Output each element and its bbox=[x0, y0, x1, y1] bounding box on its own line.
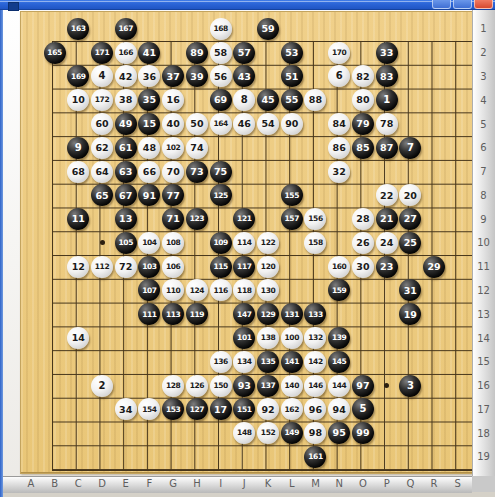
window-buttons bbox=[432, 0, 493, 9]
stone-black-83-P3[interactable]: 83 bbox=[376, 65, 398, 87]
stone-black-53-L2[interactable]: 53 bbox=[281, 42, 303, 64]
stone-black-169-C3[interactable]: 169 bbox=[67, 65, 89, 87]
col-label-H: H bbox=[185, 477, 209, 491]
stone-black-59-K1[interactable]: 59 bbox=[257, 18, 279, 40]
stone-black-159-N12[interactable]: 159 bbox=[328, 279, 350, 301]
stone-white-110-G12[interactable]: 110 bbox=[162, 279, 184, 301]
stone-black-65-D8[interactable]: 65 bbox=[91, 184, 113, 206]
stone-black-99-O18[interactable]: 99 bbox=[352, 422, 374, 444]
stone-black-151-J17[interactable]: 151 bbox=[233, 398, 255, 420]
stone-white-42-E3[interactable]: 42 bbox=[115, 65, 137, 87]
col-label-S: S bbox=[446, 477, 470, 491]
stone-white-142-M15[interactable]: 142 bbox=[304, 351, 326, 373]
stone-white-66-F7[interactable]: 66 bbox=[138, 161, 160, 183]
stone-black-19-Q13[interactable]: 19 bbox=[399, 303, 421, 325]
stone-white-22-P8[interactable]: 22 bbox=[376, 184, 398, 206]
stone-black-57-J2[interactable]: 57 bbox=[233, 42, 255, 64]
maximize-button[interactable] bbox=[453, 0, 472, 9]
row-label-14: 14 bbox=[474, 326, 493, 350]
col-label-P: P bbox=[375, 477, 399, 491]
stone-black-17-I17[interactable]: 17 bbox=[210, 398, 232, 420]
row-label-3: 3 bbox=[474, 65, 493, 89]
stone-black-149-L18[interactable]: 149 bbox=[281, 422, 303, 444]
stone-black-61-E6[interactable]: 61 bbox=[115, 137, 137, 159]
stone-black-89-H2[interactable]: 89 bbox=[186, 42, 208, 64]
stone-white-116-I12[interactable]: 116 bbox=[210, 279, 232, 301]
stone-black-45-K4[interactable]: 45 bbox=[257, 89, 279, 111]
stone-black-7-Q6[interactable]: 7 bbox=[399, 137, 421, 159]
stone-white-102-G6[interactable]: 102 bbox=[162, 137, 184, 159]
stone-white-92-K17[interactable]: 92 bbox=[257, 398, 279, 420]
stone-black-71-G9[interactable]: 71 bbox=[162, 208, 184, 230]
stone-white-114-J10[interactable]: 114 bbox=[233, 232, 255, 254]
col-label-F: F bbox=[138, 477, 162, 491]
stone-black-39-H3[interactable]: 39 bbox=[186, 65, 208, 87]
stone-white-48-F6[interactable]: 48 bbox=[138, 137, 160, 159]
stone-white-24-P10[interactable]: 24 bbox=[376, 232, 398, 254]
stone-black-141-L15[interactable]: 141 bbox=[281, 351, 303, 373]
stone-black-93-J16[interactable]: 93 bbox=[233, 375, 255, 397]
stone-white-136-I15[interactable]: 136 bbox=[210, 351, 232, 373]
col-label-I: I bbox=[209, 477, 233, 491]
stone-white-104-F10[interactable]: 104 bbox=[138, 232, 160, 254]
stone-white-148-J18[interactable]: 148 bbox=[233, 422, 255, 444]
row-label-2: 2 bbox=[474, 41, 493, 65]
stone-black-171-D2[interactable]: 171 bbox=[91, 42, 113, 64]
stone-black-13-E9[interactable]: 13 bbox=[115, 208, 137, 230]
stone-white-146-M16[interactable]: 146 bbox=[304, 375, 326, 397]
stone-black-115-I11[interactable]: 115 bbox=[210, 256, 232, 278]
window-left-border bbox=[0, 9, 3, 497]
stone-black-15-F5[interactable]: 15 bbox=[138, 113, 160, 135]
stone-black-1-P4[interactable]: 1 bbox=[376, 89, 398, 111]
stones-layer: 1631671685916517116641895857531703316944… bbox=[19, 17, 470, 469]
stone-black-117-J11[interactable]: 117 bbox=[233, 256, 255, 278]
row-label-12: 12 bbox=[474, 279, 493, 303]
col-label-M: M bbox=[304, 477, 328, 491]
stone-white-34-E17[interactable]: 34 bbox=[115, 398, 137, 420]
stone-white-60-D5[interactable]: 60 bbox=[91, 113, 113, 135]
stone-black-77-G8[interactable]: 77 bbox=[162, 184, 184, 206]
stone-black-109-I10[interactable]: 109 bbox=[210, 232, 232, 254]
stone-white-30-O11[interactable]: 30 bbox=[352, 256, 374, 278]
stone-black-55-L4[interactable]: 55 bbox=[281, 89, 303, 111]
stone-white-138-K14[interactable]: 138 bbox=[257, 327, 279, 349]
stone-white-144-N16[interactable]: 144 bbox=[328, 375, 350, 397]
stone-white-6-N3[interactable]: 6 bbox=[328, 65, 350, 87]
col-label-D: D bbox=[90, 477, 114, 491]
stone-black-5-O17[interactable]: 5 bbox=[352, 398, 374, 420]
titlebar-highlight bbox=[0, 1, 495, 2]
stone-white-94-N17[interactable]: 94 bbox=[328, 398, 350, 420]
stone-white-64-D7[interactable]: 64 bbox=[91, 161, 113, 183]
stone-white-68-C7[interactable]: 68 bbox=[67, 161, 89, 183]
stone-black-23-P11[interactable]: 23 bbox=[376, 256, 398, 278]
stone-white-98-M18[interactable]: 98 bbox=[304, 422, 326, 444]
stone-white-78-P5[interactable]: 78 bbox=[376, 113, 398, 135]
stone-black-147-J13[interactable]: 147 bbox=[233, 303, 255, 325]
stone-white-152-K18[interactable]: 152 bbox=[257, 422, 279, 444]
stone-black-9-C6[interactable]: 9 bbox=[67, 137, 89, 159]
stone-white-28-O9[interactable]: 28 bbox=[352, 208, 374, 230]
stone-white-62-D6[interactable]: 62 bbox=[91, 137, 113, 159]
stone-white-84-N5[interactable]: 84 bbox=[328, 113, 350, 135]
col-label-Q: Q bbox=[399, 477, 423, 491]
row-label-13: 13 bbox=[474, 302, 493, 326]
col-label-O: O bbox=[351, 477, 375, 491]
stone-white-36-F3[interactable]: 36 bbox=[138, 65, 160, 87]
stone-white-122-K10[interactable]: 122 bbox=[257, 232, 279, 254]
stone-white-26-O10[interactable]: 26 bbox=[352, 232, 374, 254]
stone-black-43-J3[interactable]: 43 bbox=[233, 65, 255, 87]
row-label-6: 6 bbox=[474, 136, 493, 160]
stone-black-155-L8[interactable]: 155 bbox=[281, 184, 303, 206]
stone-white-90-L5[interactable]: 90 bbox=[281, 113, 303, 135]
stone-black-41-F2[interactable]: 41 bbox=[138, 42, 160, 64]
stone-white-128-G16[interactable]: 128 bbox=[162, 375, 184, 397]
stone-white-54-K5[interactable]: 54 bbox=[257, 113, 279, 135]
stone-black-161-M19[interactable]: 161 bbox=[304, 446, 326, 468]
stone-black-27-Q9[interactable]: 27 bbox=[399, 208, 421, 230]
stone-white-46-J5[interactable]: 46 bbox=[233, 113, 255, 135]
stone-black-119-H13[interactable]: 119 bbox=[186, 303, 208, 325]
row-label-17: 17 bbox=[474, 398, 493, 422]
stone-white-100-L14[interactable]: 100 bbox=[281, 327, 303, 349]
stone-black-31-Q12[interactable]: 31 bbox=[399, 279, 421, 301]
stone-black-95-N18[interactable]: 95 bbox=[328, 422, 350, 444]
stone-white-58-I2[interactable]: 58 bbox=[210, 42, 232, 64]
stone-white-20-Q8[interactable]: 20 bbox=[399, 184, 421, 206]
stone-white-86-N6[interactable]: 86 bbox=[328, 137, 350, 159]
stone-black-79-O5[interactable]: 79 bbox=[352, 113, 374, 135]
column-labels: ABCDEFGHIJKLMNOPQRS bbox=[19, 477, 470, 491]
stone-black-113-G13[interactable]: 113 bbox=[162, 303, 184, 325]
stone-black-3-Q16[interactable]: 3 bbox=[399, 375, 421, 397]
stone-black-157-L9[interactable]: 157 bbox=[281, 208, 303, 230]
stone-black-51-L3[interactable]: 51 bbox=[281, 65, 303, 87]
col-label-G: G bbox=[161, 477, 185, 491]
row-label-5: 5 bbox=[474, 112, 493, 136]
stone-white-12-C11[interactable]: 12 bbox=[67, 256, 89, 278]
stone-white-168-I1[interactable]: 168 bbox=[210, 18, 232, 40]
row-label-1: 1 bbox=[474, 17, 493, 41]
window-icon bbox=[8, 2, 19, 11]
col-label-A: A bbox=[19, 477, 43, 491]
stone-black-37-G3[interactable]: 37 bbox=[162, 65, 184, 87]
stone-white-112-D11[interactable]: 112 bbox=[91, 256, 113, 278]
stone-white-166-E2[interactable]: 166 bbox=[115, 42, 137, 64]
stone-black-135-K15[interactable]: 135 bbox=[257, 351, 279, 373]
stone-black-111-F13[interactable]: 111 bbox=[138, 303, 160, 325]
stone-white-32-N7[interactable]: 32 bbox=[328, 161, 350, 183]
stone-white-2-D16[interactable]: 2 bbox=[91, 375, 113, 397]
stone-white-10-C4[interactable]: 10 bbox=[67, 89, 89, 111]
stone-white-106-G11[interactable]: 106 bbox=[162, 256, 184, 278]
stone-white-38-E4[interactable]: 38 bbox=[115, 89, 137, 111]
stone-white-70-G7[interactable]: 70 bbox=[162, 161, 184, 183]
col-label-J: J bbox=[232, 477, 256, 491]
stone-black-131-L13[interactable]: 131 bbox=[281, 303, 303, 325]
row-label-8: 8 bbox=[474, 183, 493, 207]
col-label-C: C bbox=[66, 477, 90, 491]
stone-black-29-R11[interactable]: 29 bbox=[423, 256, 445, 278]
stone-white-74-H6[interactable]: 74 bbox=[186, 137, 208, 159]
stone-white-132-M14[interactable]: 132 bbox=[304, 327, 326, 349]
stone-black-21-P9[interactable]: 21 bbox=[376, 208, 398, 230]
stone-white-154-F17[interactable]: 154 bbox=[138, 398, 160, 420]
stone-white-120-K11[interactable]: 120 bbox=[257, 256, 279, 278]
stone-white-108-G10[interactable]: 108 bbox=[162, 232, 184, 254]
stone-white-170-N2[interactable]: 170 bbox=[328, 42, 350, 64]
stone-white-126-H16[interactable]: 126 bbox=[186, 375, 208, 397]
stone-white-8-J4[interactable]: 8 bbox=[233, 89, 255, 111]
stone-black-165-B2[interactable]: 165 bbox=[44, 42, 66, 64]
stone-black-121-J9[interactable]: 121 bbox=[233, 208, 255, 230]
stone-black-137-K16[interactable]: 137 bbox=[257, 375, 279, 397]
stone-white-158-M10[interactable]: 158 bbox=[304, 232, 326, 254]
stone-white-82-O3[interactable]: 82 bbox=[352, 65, 374, 87]
col-label-L: L bbox=[280, 477, 304, 491]
stone-white-164-I5[interactable]: 164 bbox=[210, 113, 232, 135]
stone-black-97-O16[interactable]: 97 bbox=[352, 375, 374, 397]
stone-white-72-E11[interactable]: 72 bbox=[115, 256, 137, 278]
stone-white-134-J15[interactable]: 134 bbox=[233, 351, 255, 373]
stone-black-85-O6[interactable]: 85 bbox=[352, 137, 374, 159]
stone-black-33-P2[interactable]: 33 bbox=[376, 42, 398, 64]
row-labels: 12345678910111213141516171819 bbox=[474, 17, 493, 469]
minimize-button[interactable] bbox=[432, 0, 451, 9]
stone-black-67-E8[interactable]: 67 bbox=[115, 184, 137, 206]
stone-white-40-G5[interactable]: 40 bbox=[162, 113, 184, 135]
stone-black-91-F8[interactable]: 91 bbox=[138, 184, 160, 206]
stone-white-124-H12[interactable]: 124 bbox=[186, 279, 208, 301]
stone-black-35-F4[interactable]: 35 bbox=[138, 89, 160, 111]
row-label-7: 7 bbox=[474, 160, 493, 184]
stone-white-96-M17[interactable]: 96 bbox=[304, 398, 326, 420]
stone-black-167-E1[interactable]: 167 bbox=[115, 18, 137, 40]
stone-white-56-I3[interactable]: 56 bbox=[210, 65, 232, 87]
stone-white-162-L17[interactable]: 162 bbox=[281, 398, 303, 420]
stone-white-118-J12[interactable]: 118 bbox=[233, 279, 255, 301]
stone-white-156-M9[interactable]: 156 bbox=[304, 208, 326, 230]
stone-black-75-I7[interactable]: 75 bbox=[210, 161, 232, 183]
col-label-R: R bbox=[422, 477, 446, 491]
stone-black-125-I8[interactable]: 125 bbox=[210, 184, 232, 206]
stone-white-88-M4[interactable]: 88 bbox=[304, 89, 326, 111]
row-label-18: 18 bbox=[474, 421, 493, 445]
row-label-10: 10 bbox=[474, 231, 493, 255]
row-label-9: 9 bbox=[474, 207, 493, 231]
stone-black-107-F12[interactable]: 107 bbox=[138, 279, 160, 301]
window-titlebar bbox=[0, 0, 495, 10]
stone-black-69-I4[interactable]: 69 bbox=[210, 89, 232, 111]
stone-black-101-J14[interactable]: 101 bbox=[233, 327, 255, 349]
stone-black-129-K13[interactable]: 129 bbox=[257, 303, 279, 325]
stone-white-80-O4[interactable]: 80 bbox=[352, 89, 374, 111]
stone-black-103-F11[interactable]: 103 bbox=[138, 256, 160, 278]
stone-black-87-P6[interactable]: 87 bbox=[376, 137, 398, 159]
stone-white-160-N11[interactable]: 160 bbox=[328, 256, 350, 278]
col-label-N: N bbox=[327, 477, 351, 491]
stone-black-127-H17[interactable]: 127 bbox=[186, 398, 208, 420]
col-label-E: E bbox=[114, 477, 138, 491]
stone-black-25-Q10[interactable]: 25 bbox=[399, 232, 421, 254]
stone-black-63-E7[interactable]: 63 bbox=[115, 161, 137, 183]
row-label-19: 19 bbox=[474, 445, 493, 469]
close-button[interactable] bbox=[474, 0, 493, 9]
stone-black-49-E5[interactable]: 49 bbox=[115, 113, 137, 135]
stone-black-133-M13[interactable]: 133 bbox=[304, 303, 326, 325]
col-label-B: B bbox=[43, 477, 67, 491]
stone-white-14-C14[interactable]: 14 bbox=[67, 327, 89, 349]
stone-white-172-D4[interactable]: 172 bbox=[91, 89, 113, 111]
col-label-K: K bbox=[256, 477, 280, 491]
stone-black-123-H9[interactable]: 123 bbox=[186, 208, 208, 230]
stone-white-50-H5[interactable]: 50 bbox=[186, 113, 208, 135]
row-label-4: 4 bbox=[474, 88, 493, 112]
stone-black-145-N15[interactable]: 145 bbox=[328, 351, 350, 373]
stone-black-105-E10[interactable]: 105 bbox=[115, 232, 137, 254]
row-label-11: 11 bbox=[474, 255, 493, 279]
stone-black-163-C1[interactable]: 163 bbox=[67, 18, 89, 40]
stone-white-130-K12[interactable]: 130 bbox=[257, 279, 279, 301]
stone-black-153-G17[interactable]: 153 bbox=[162, 398, 184, 420]
stone-white-4-D3[interactable]: 4 bbox=[91, 65, 113, 87]
stone-black-11-C9[interactable]: 11 bbox=[67, 208, 89, 230]
stone-white-16-G4[interactable]: 16 bbox=[162, 89, 184, 111]
corner-patch bbox=[472, 476, 495, 492]
stone-black-73-H7[interactable]: 73 bbox=[186, 161, 208, 183]
stone-white-150-I16[interactable]: 150 bbox=[210, 375, 232, 397]
row-label-16: 16 bbox=[474, 374, 493, 398]
stone-black-139-N14[interactable]: 139 bbox=[328, 327, 350, 349]
row-label-15: 15 bbox=[474, 350, 493, 374]
stone-white-140-L16[interactable]: 140 bbox=[281, 375, 303, 397]
